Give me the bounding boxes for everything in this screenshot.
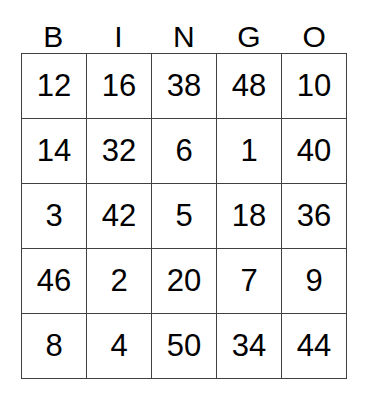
cell-r5c3[interactable]: 50 [152,314,216,378]
cell-r4c5[interactable]: 9 [282,249,346,313]
cell-r5c2[interactable]: 4 [87,314,151,378]
cell-r3c4[interactable]: 18 [217,184,281,248]
cell-r5c1[interactable]: 8 [22,314,86,378]
header-letter-g: G [217,16,282,52]
header-letter-i: I [86,16,151,52]
cell-r3c2[interactable]: 42 [87,184,151,248]
cell-r2c4[interactable]: 1 [217,119,281,183]
bingo-header: B I N G O [21,16,347,52]
cell-r5c5[interactable]: 44 [282,314,346,378]
cell-r4c1[interactable]: 46 [22,249,86,313]
header-letter-o: O [282,16,347,52]
cell-r1c3[interactable]: 38 [152,54,216,118]
cell-r3c3[interactable]: 5 [152,184,216,248]
bingo-card: B I N G O 12 16 38 48 10 14 32 6 1 40 3 … [0,0,368,400]
cell-r3c1[interactable]: 3 [22,184,86,248]
cell-r3c5[interactable]: 36 [282,184,346,248]
cell-r5c4[interactable]: 34 [217,314,281,378]
header-letter-n: N [151,16,216,52]
cell-r4c4[interactable]: 7 [217,249,281,313]
cell-r1c5[interactable]: 10 [282,54,346,118]
cell-r1c1[interactable]: 12 [22,54,86,118]
cell-r2c1[interactable]: 14 [22,119,86,183]
header-letter-b: B [21,16,86,52]
cell-r2c2[interactable]: 32 [87,119,151,183]
bingo-board: 12 16 38 48 10 14 32 6 1 40 3 42 5 18 36… [21,53,347,379]
cell-r4c2[interactable]: 2 [87,249,151,313]
cell-r1c2[interactable]: 16 [87,54,151,118]
cell-r2c3[interactable]: 6 [152,119,216,183]
cell-r2c5[interactable]: 40 [282,119,346,183]
cell-r4c3[interactable]: 20 [152,249,216,313]
cell-r1c4[interactable]: 48 [217,54,281,118]
